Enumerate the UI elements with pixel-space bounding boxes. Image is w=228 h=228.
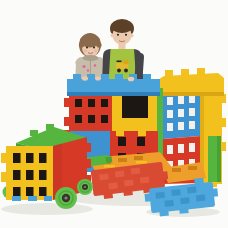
girl-hand: [82, 76, 88, 80]
boy-fringe: [111, 20, 133, 33]
boy-eye-right: [125, 34, 127, 36]
boy-neck: [119, 44, 126, 50]
product-photo: [0, 0, 228, 228]
right-wall-blue-holes: [167, 95, 195, 131]
front-red-panel: [69, 92, 112, 133]
boy-eye-left: [117, 34, 119, 36]
green-right-strip: [208, 136, 221, 182]
boy-arm-left: [139, 57, 141, 78]
girl-jacket-pink-accent: [94, 64, 97, 67]
cart-wheel-back: [77, 179, 93, 195]
black-window: [122, 96, 148, 118]
cart-wheel-front: [55, 187, 77, 209]
girl-eye-left: [86, 47, 88, 49]
girl-eye-right: [93, 47, 95, 49]
cart-front-holes: [13, 153, 47, 196]
boy-hand: [128, 77, 134, 82]
